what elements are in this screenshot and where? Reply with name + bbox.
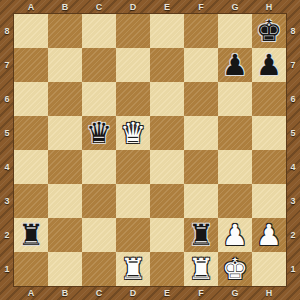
square-d3[interactable] — [116, 184, 150, 218]
square-h5[interactable] — [252, 116, 286, 150]
file-label-bottom-b: B — [48, 286, 82, 300]
square-f4[interactable] — [184, 150, 218, 184]
file-label-bottom-f: F — [184, 286, 218, 300]
square-a2[interactable]: ♜ — [14, 218, 48, 252]
square-b4[interactable] — [48, 150, 82, 184]
rank-label-right-1: 1 — [286, 252, 300, 286]
file-label-bottom-a: A — [14, 286, 48, 300]
square-e6[interactable] — [150, 82, 184, 116]
rank-label-left-3: 3 — [0, 184, 14, 218]
square-f7[interactable] — [184, 48, 218, 82]
file-labels-bottom: ABCDEFGH — [14, 286, 286, 300]
square-b7[interactable] — [48, 48, 82, 82]
file-label-top-f: F — [184, 0, 218, 14]
square-f1[interactable]: ♜ — [184, 252, 218, 286]
white-queen[interactable]: ♛ — [120, 116, 146, 150]
square-c1[interactable] — [82, 252, 116, 286]
rank-label-left-7: 7 — [0, 48, 14, 82]
square-e2[interactable] — [150, 218, 184, 252]
square-h2[interactable]: ♟ — [252, 218, 286, 252]
rank-label-right-7: 7 — [286, 48, 300, 82]
file-label-bottom-d: D — [116, 286, 150, 300]
file-label-bottom-h: H — [252, 286, 286, 300]
rank-label-left-1: 1 — [0, 252, 14, 286]
file-label-top-a: A — [14, 0, 48, 14]
file-label-top-c: C — [82, 0, 116, 14]
square-d8[interactable] — [116, 14, 150, 48]
square-e5[interactable] — [150, 116, 184, 150]
white-pawn[interactable]: ♟ — [222, 218, 248, 252]
square-a3[interactable] — [14, 184, 48, 218]
square-f3[interactable] — [184, 184, 218, 218]
rank-label-left-5: 5 — [0, 116, 14, 150]
black-pawn[interactable]: ♟ — [256, 48, 282, 82]
rank-label-right-6: 6 — [286, 82, 300, 116]
square-h4[interactable] — [252, 150, 286, 184]
rank-label-right-5: 5 — [286, 116, 300, 150]
white-pawn[interactable]: ♟ — [256, 218, 282, 252]
square-e8[interactable] — [150, 14, 184, 48]
square-g7[interactable]: ♟ — [218, 48, 252, 82]
square-d6[interactable] — [116, 82, 150, 116]
square-e4[interactable] — [150, 150, 184, 184]
square-a5[interactable] — [14, 116, 48, 150]
white-rook[interactable]: ♜ — [188, 252, 214, 286]
rank-label-left-4: 4 — [0, 150, 14, 184]
file-label-bottom-e: E — [150, 286, 184, 300]
board: ♚♟♟♛♛♜♜♟♟♜♜♚ — [14, 14, 286, 286]
square-a1[interactable] — [14, 252, 48, 286]
square-b5[interactable] — [48, 116, 82, 150]
square-a4[interactable] — [14, 150, 48, 184]
square-d1[interactable]: ♜ — [116, 252, 150, 286]
square-d4[interactable] — [116, 150, 150, 184]
square-b1[interactable] — [48, 252, 82, 286]
square-c4[interactable] — [82, 150, 116, 184]
file-label-top-e: E — [150, 0, 184, 14]
file-label-top-g: G — [218, 0, 252, 14]
square-g5[interactable] — [218, 116, 252, 150]
square-g8[interactable] — [218, 14, 252, 48]
rank-label-right-4: 4 — [286, 150, 300, 184]
square-c5[interactable]: ♛ — [82, 116, 116, 150]
file-label-bottom-g: G — [218, 286, 252, 300]
rank-label-right-2: 2 — [286, 218, 300, 252]
square-a6[interactable] — [14, 82, 48, 116]
square-h6[interactable] — [252, 82, 286, 116]
square-c7[interactable] — [82, 48, 116, 82]
square-h1[interactable] — [252, 252, 286, 286]
square-f8[interactable] — [184, 14, 218, 48]
file-label-bottom-c: C — [82, 286, 116, 300]
square-a7[interactable] — [14, 48, 48, 82]
rank-labels-right: 87654321 — [286, 14, 300, 286]
chessboard-frame: ABCDEFGH ABCDEFGH 87654321 87654321 ♚♟♟♛… — [0, 0, 300, 300]
square-c6[interactable] — [82, 82, 116, 116]
square-b3[interactable] — [48, 184, 82, 218]
square-h7[interactable]: ♟ — [252, 48, 286, 82]
rank-label-right-3: 3 — [286, 184, 300, 218]
square-c3[interactable] — [82, 184, 116, 218]
square-d5[interactable]: ♛ — [116, 116, 150, 150]
square-h3[interactable] — [252, 184, 286, 218]
black-rook[interactable]: ♜ — [188, 218, 214, 252]
rank-label-left-2: 2 — [0, 218, 14, 252]
file-label-top-d: D — [116, 0, 150, 14]
square-c8[interactable] — [82, 14, 116, 48]
square-b6[interactable] — [48, 82, 82, 116]
rank-label-left-6: 6 — [0, 82, 14, 116]
black-pawn[interactable]: ♟ — [222, 48, 248, 82]
square-c2[interactable] — [82, 218, 116, 252]
square-e7[interactable] — [150, 48, 184, 82]
black-rook[interactable]: ♜ — [18, 218, 44, 252]
square-g3[interactable] — [218, 184, 252, 218]
square-g1[interactable]: ♚ — [218, 252, 252, 286]
black-queen[interactable]: ♛ — [86, 116, 112, 150]
square-e3[interactable] — [150, 184, 184, 218]
rank-label-left-8: 8 — [0, 14, 14, 48]
square-e1[interactable] — [150, 252, 184, 286]
black-king[interactable]: ♚ — [256, 14, 282, 48]
white-rook[interactable]: ♜ — [120, 252, 146, 286]
square-h8[interactable]: ♚ — [252, 14, 286, 48]
square-g6[interactable] — [218, 82, 252, 116]
square-f2[interactable]: ♜ — [184, 218, 218, 252]
square-a8[interactable] — [14, 14, 48, 48]
square-d2[interactable] — [116, 218, 150, 252]
square-d7[interactable] — [116, 48, 150, 82]
square-f6[interactable] — [184, 82, 218, 116]
square-b8[interactable] — [48, 14, 82, 48]
square-g2[interactable]: ♟ — [218, 218, 252, 252]
square-g4[interactable] — [218, 150, 252, 184]
rank-labels-left: 87654321 — [0, 14, 14, 286]
file-labels-top: ABCDEFGH — [14, 0, 286, 14]
file-label-top-h: H — [252, 0, 286, 14]
square-f5[interactable] — [184, 116, 218, 150]
file-label-top-b: B — [48, 0, 82, 14]
white-king[interactable]: ♚ — [222, 252, 248, 286]
square-b2[interactable] — [48, 218, 82, 252]
rank-label-right-8: 8 — [286, 14, 300, 48]
